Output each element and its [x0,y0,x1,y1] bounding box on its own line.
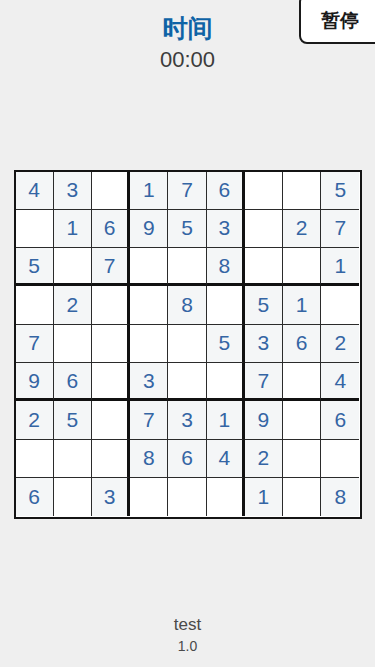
cell-r7c2[interactable]: 5 [54,401,92,439]
footer: test 1.0 [0,615,375,654]
cell-r1c5[interactable]: 7 [168,172,206,210]
cell-r3c2[interactable] [54,248,92,286]
cell-r5c8[interactable]: 6 [283,325,321,363]
cell-r2c8[interactable]: 2 [283,210,321,248]
cell-r4c6[interactable] [207,286,245,324]
cell-r6c7[interactable]: 7 [245,363,283,401]
cell-r4c2[interactable]: 2 [54,286,92,324]
cell-r6c5[interactable] [168,363,206,401]
cell-r6c1[interactable]: 9 [16,363,54,401]
cell-r2c3[interactable]: 6 [92,210,130,248]
cell-r1c3[interactable] [92,172,130,210]
cell-r4c4[interactable] [130,286,168,324]
cell-r6c6[interactable] [207,363,245,401]
cell-r8c1[interactable] [16,440,54,478]
cell-r9c8[interactable] [283,478,321,516]
sudoku-board: 4317651695327578128517536296374257319686… [14,170,362,519]
cell-r7c4[interactable]: 7 [130,401,168,439]
cell-r5c2[interactable] [54,325,92,363]
cell-r1c1[interactable]: 4 [16,172,54,210]
cell-r1c7[interactable] [245,172,283,210]
cell-r1c6[interactable]: 6 [207,172,245,210]
cell-r5c1[interactable]: 7 [16,325,54,363]
cell-r4c1[interactable] [16,286,54,324]
cell-r7c9[interactable]: 6 [321,401,359,439]
pause-button[interactable]: 暂停 [299,0,375,44]
cell-r8c4[interactable]: 8 [130,440,168,478]
cell-r9c2[interactable] [54,478,92,516]
cell-r5c9[interactable]: 2 [321,325,359,363]
cell-r3c4[interactable] [130,248,168,286]
cell-r2c7[interactable] [245,210,283,248]
cell-r4c7[interactable]: 5 [245,286,283,324]
cell-r6c8[interactable] [283,363,321,401]
cell-r3c8[interactable] [283,248,321,286]
cell-r2c2[interactable]: 1 [54,210,92,248]
cell-r3c5[interactable] [168,248,206,286]
cell-r7c5[interactable]: 3 [168,401,206,439]
cell-r1c4[interactable]: 1 [130,172,168,210]
cell-r8c6[interactable]: 4 [207,440,245,478]
cell-r4c5[interactable]: 8 [168,286,206,324]
cell-r9c3[interactable]: 3 [92,478,130,516]
timer-value: 00:00 [0,47,375,73]
cell-r3c7[interactable] [245,248,283,286]
cell-r8c9[interactable] [321,440,359,478]
cell-r9c1[interactable]: 6 [16,478,54,516]
cell-r5c3[interactable] [92,325,130,363]
cell-r2c4[interactable]: 9 [130,210,168,248]
cell-r3c9[interactable]: 1 [321,248,359,286]
cell-r5c5[interactable] [168,325,206,363]
cell-r1c9[interactable]: 5 [321,172,359,210]
cell-r7c6[interactable]: 1 [207,401,245,439]
cell-r2c5[interactable]: 5 [168,210,206,248]
cell-r3c3[interactable]: 7 [92,248,130,286]
cell-r8c8[interactable] [283,440,321,478]
cell-r2c9[interactable]: 7 [321,210,359,248]
cell-r1c2[interactable]: 3 [54,172,92,210]
cell-r4c3[interactable] [92,286,130,324]
cell-r7c8[interactable] [283,401,321,439]
cell-r6c2[interactable]: 6 [54,363,92,401]
cell-r3c1[interactable]: 5 [16,248,54,286]
cell-r9c7[interactable]: 1 [245,478,283,516]
cell-r9c5[interactable] [168,478,206,516]
cell-r8c3[interactable] [92,440,130,478]
cell-r6c3[interactable] [92,363,130,401]
cell-r2c6[interactable]: 3 [207,210,245,248]
app-version: 1.0 [0,638,375,654]
cell-r6c9[interactable]: 4 [321,363,359,401]
cell-r7c3[interactable] [92,401,130,439]
cell-r7c7[interactable]: 9 [245,401,283,439]
cell-r8c5[interactable]: 6 [168,440,206,478]
cell-r1c8[interactable] [283,172,321,210]
cell-r2c1[interactable] [16,210,54,248]
app-name: test [0,615,375,635]
cell-r6c4[interactable]: 3 [130,363,168,401]
cell-r4c9[interactable] [321,286,359,324]
cell-r5c7[interactable]: 3 [245,325,283,363]
cell-r5c4[interactable] [130,325,168,363]
cell-r8c2[interactable] [54,440,92,478]
cell-r5c6[interactable]: 5 [207,325,245,363]
cell-r9c6[interactable] [207,478,245,516]
cell-r7c1[interactable]: 2 [16,401,54,439]
cell-r3c6[interactable]: 8 [207,248,245,286]
cell-r9c4[interactable] [130,478,168,516]
cell-r8c7[interactable]: 2 [245,440,283,478]
cell-r9c9[interactable]: 8 [321,478,359,516]
cell-r4c8[interactable]: 1 [283,286,321,324]
